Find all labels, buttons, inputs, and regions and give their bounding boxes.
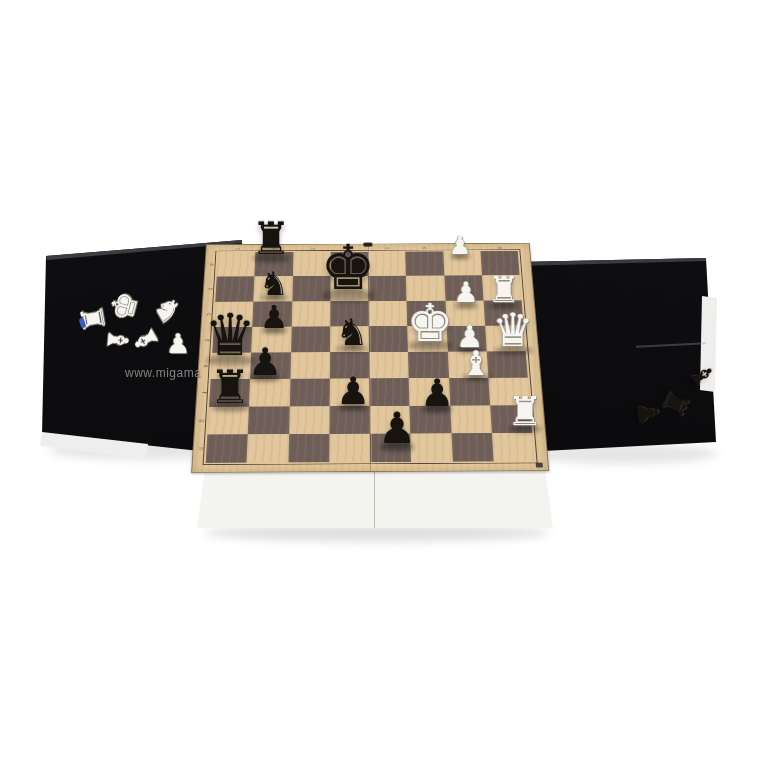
piece-white-bishop[interactable]: ♝ — [101, 324, 132, 357]
piece-white-pawn[interactable]: ♟ — [163, 330, 193, 357]
piece-black-rook-a2[interactable]: ♜ — [205, 364, 256, 410]
piece-black-knight-d4[interactable]: ♞ — [332, 314, 373, 351]
piece-black-pawn-d2[interactable]: ♟ — [332, 372, 374, 410]
piece-black-rook-b8[interactable]: ♜ — [246, 216, 296, 261]
piece-white-king-f4[interactable]: ♚ — [401, 297, 458, 349]
piece-black-king-d6[interactable]: ♚ — [314, 237, 382, 299]
scene: abcdefgh 12345678 ♜♞♟♟♛♜♚♞♟♟♟♟♟♜♚♟♝♛♜♜♚♞… — [0, 0, 760, 760]
pieces-layer: ♜♞♟♟♛♜♚♞♟♟♟♟♟♜♚♟♝♛♜♜♚♞♝♟♝♟♜♝ — [0, 0, 760, 760]
watermark-text: www.migama — [125, 366, 201, 380]
piece-white-pawn-g8[interactable]: ♟ — [446, 233, 474, 258]
piece-white-queen-h4[interactable]: ♛ — [488, 307, 539, 353]
piece-white-rook-h1[interactable]: ♜ — [503, 391, 547, 431]
piece-black-knight-b6[interactable]: ♞ — [256, 267, 292, 300]
piece-black-pawn-f2[interactable]: ♟ — [416, 374, 458, 412]
piece-black-pawn-e1[interactable]: ♟ — [373, 407, 420, 450]
piece-white-king[interactable]: ♚ — [103, 284, 144, 328]
piece-black-queen-a4[interactable]: ♛ — [198, 306, 262, 364]
